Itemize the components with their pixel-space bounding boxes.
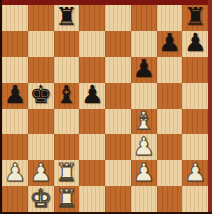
square-a7[interactable] xyxy=(2,31,28,57)
board-frame-bottom xyxy=(0,212,212,214)
square-e1[interactable] xyxy=(105,186,131,212)
square-a1[interactable] xyxy=(2,186,28,212)
square-f8[interactable] xyxy=(131,5,157,31)
square-c4[interactable] xyxy=(54,109,80,135)
piece-black-pawn[interactable]: ♟ xyxy=(158,31,180,55)
square-e6[interactable] xyxy=(105,57,131,83)
square-h3[interactable] xyxy=(182,134,208,160)
piece-white-pawn[interactable]: ♟ xyxy=(4,160,26,184)
square-d1[interactable] xyxy=(79,186,105,212)
square-b2[interactable]: ♟ xyxy=(28,160,54,186)
square-h5[interactable] xyxy=(182,83,208,109)
square-d6[interactable] xyxy=(79,57,105,83)
square-h8[interactable]: ♜ xyxy=(182,5,208,31)
square-f5[interactable] xyxy=(131,83,157,109)
square-d5[interactable]: ♟ xyxy=(79,83,105,109)
square-b3[interactable] xyxy=(28,134,54,160)
piece-white-rook[interactable]: ♜ xyxy=(55,186,77,210)
square-c1[interactable]: ♜ xyxy=(54,186,80,212)
square-c5[interactable]: ♝ xyxy=(54,83,80,109)
square-g5[interactable] xyxy=(157,83,183,109)
square-b8[interactable] xyxy=(28,5,54,31)
square-c7[interactable] xyxy=(54,31,80,57)
square-h7[interactable]: ♟ xyxy=(182,31,208,57)
piece-black-rook[interactable]: ♜ xyxy=(184,5,206,29)
piece-white-pawn[interactable]: ♟ xyxy=(29,160,51,184)
piece-black-pawn[interactable]: ♟ xyxy=(132,57,154,81)
square-f6[interactable]: ♟ xyxy=(131,57,157,83)
square-f2[interactable]: ♟ xyxy=(131,160,157,186)
square-a3[interactable] xyxy=(2,134,28,160)
square-b4[interactable] xyxy=(28,109,54,135)
square-d7[interactable] xyxy=(79,31,105,57)
square-d4[interactable] xyxy=(79,109,105,135)
square-h2[interactable]: ♟ xyxy=(182,160,208,186)
square-e3[interactable] xyxy=(105,134,131,160)
piece-white-king[interactable]: ♚ xyxy=(29,186,51,210)
square-b7[interactable] xyxy=(28,31,54,57)
square-g1[interactable] xyxy=(157,186,183,212)
piece-black-king[interactable]: ♚ xyxy=(29,83,51,107)
square-b6[interactable] xyxy=(28,57,54,83)
square-f3[interactable]: ♟ xyxy=(131,134,157,160)
square-a5[interactable]: ♟ xyxy=(2,83,28,109)
square-c3[interactable] xyxy=(54,134,80,160)
square-g7[interactable]: ♟ xyxy=(157,31,183,57)
square-e4[interactable] xyxy=(105,109,131,135)
piece-white-pawn[interactable]: ♟ xyxy=(132,160,154,184)
square-d3[interactable] xyxy=(79,134,105,160)
piece-black-rook[interactable]: ♜ xyxy=(55,5,77,29)
square-g3[interactable] xyxy=(157,134,183,160)
square-e5[interactable] xyxy=(105,83,131,109)
board-frame-right xyxy=(208,0,212,214)
chess-app-window: ♜♜♟♟♟♟♚♝♟♝♟♟♟♜♟♟♚♜ xyxy=(0,0,212,214)
square-f4[interactable]: ♝ xyxy=(131,109,157,135)
square-h1[interactable] xyxy=(182,186,208,212)
piece-white-rook[interactable]: ♜ xyxy=(55,160,77,184)
square-a4[interactable] xyxy=(2,109,28,135)
square-g6[interactable] xyxy=(157,57,183,83)
piece-black-bishop[interactable]: ♝ xyxy=(55,83,77,107)
square-h4[interactable] xyxy=(182,109,208,135)
square-g2[interactable] xyxy=(157,160,183,186)
square-e2[interactable] xyxy=(105,160,131,186)
square-d8[interactable] xyxy=(79,5,105,31)
square-f1[interactable] xyxy=(131,186,157,212)
square-g4[interactable] xyxy=(157,109,183,135)
square-g8[interactable] xyxy=(157,5,183,31)
square-a2[interactable]: ♟ xyxy=(2,160,28,186)
piece-black-pawn[interactable]: ♟ xyxy=(81,83,103,107)
square-e8[interactable] xyxy=(105,5,131,31)
square-h6[interactable] xyxy=(182,57,208,83)
square-a8[interactable] xyxy=(2,5,28,31)
square-c6[interactable] xyxy=(54,57,80,83)
square-b5[interactable]: ♚ xyxy=(28,83,54,109)
piece-white-pawn[interactable]: ♟ xyxy=(184,160,206,184)
square-d2[interactable] xyxy=(79,160,105,186)
piece-white-bishop[interactable]: ♝ xyxy=(132,109,154,133)
square-c2[interactable]: ♜ xyxy=(54,160,80,186)
chess-board: ♜♜♟♟♟♟♚♝♟♝♟♟♟♜♟♟♚♜ xyxy=(2,5,208,212)
square-e7[interactable] xyxy=(105,31,131,57)
piece-white-pawn[interactable]: ♟ xyxy=(132,134,154,158)
square-a6[interactable] xyxy=(2,57,28,83)
square-f7[interactable] xyxy=(131,31,157,57)
piece-black-pawn[interactable]: ♟ xyxy=(184,31,206,55)
square-c8[interactable]: ♜ xyxy=(54,5,80,31)
square-b1[interactable]: ♚ xyxy=(28,186,54,212)
piece-black-pawn[interactable]: ♟ xyxy=(4,83,26,107)
